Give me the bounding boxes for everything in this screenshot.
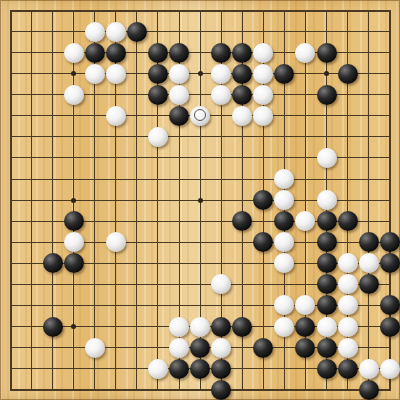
white-stone — [253, 43, 273, 63]
black-stone — [232, 43, 252, 63]
white-stone — [338, 253, 358, 273]
black-stone — [169, 359, 189, 379]
white-stone — [211, 274, 231, 294]
black-stone — [85, 43, 105, 63]
white-stone — [253, 64, 273, 84]
black-stone — [295, 338, 315, 358]
black-stone — [380, 232, 400, 252]
white-stone — [338, 274, 358, 294]
black-stone — [148, 43, 168, 63]
white-stone — [380, 359, 400, 379]
black-stone — [190, 359, 210, 379]
black-stone — [317, 232, 337, 252]
black-stone — [169, 43, 189, 63]
black-stone — [211, 43, 231, 63]
black-stone — [148, 85, 168, 105]
white-stone — [274, 232, 294, 252]
black-stone — [274, 64, 294, 84]
white-stone — [169, 64, 189, 84]
white-stone — [211, 338, 231, 358]
black-stone — [64, 211, 84, 231]
white-stone — [317, 148, 337, 168]
white-stone — [211, 64, 231, 84]
black-stone — [295, 317, 315, 337]
black-stone — [317, 85, 337, 105]
screenshot-stage — [0, 0, 400, 400]
white-stone — [295, 295, 315, 315]
white-stone — [338, 317, 358, 337]
black-stone — [106, 43, 126, 63]
black-stone — [211, 380, 231, 400]
black-stone — [232, 211, 252, 231]
black-stone — [232, 64, 252, 84]
white-stone — [211, 85, 231, 105]
black-stone — [317, 359, 337, 379]
star-point — [198, 198, 203, 203]
black-stone — [148, 64, 168, 84]
white-stone — [64, 232, 84, 252]
white-stone — [190, 317, 210, 337]
black-stone — [359, 232, 379, 252]
star-point — [198, 71, 203, 76]
black-stone — [380, 295, 400, 315]
white-stone — [295, 211, 315, 231]
white-stone — [338, 295, 358, 315]
black-stone — [43, 317, 63, 337]
black-stone — [232, 85, 252, 105]
black-stone — [317, 274, 337, 294]
black-stone — [338, 64, 358, 84]
black-stone — [211, 359, 231, 379]
white-stone — [274, 317, 294, 337]
white-stone — [169, 338, 189, 358]
white-stone — [253, 106, 273, 126]
white-stone — [64, 85, 84, 105]
black-stone — [232, 317, 252, 337]
black-stone — [359, 380, 379, 400]
white-stone — [148, 359, 168, 379]
black-stone — [317, 43, 337, 63]
white-stone — [85, 64, 105, 84]
white-stone — [338, 338, 358, 358]
last-move-marker — [194, 109, 206, 121]
white-stone — [169, 85, 189, 105]
black-stone — [43, 253, 63, 273]
white-stone — [274, 190, 294, 210]
black-stone — [253, 338, 273, 358]
star-point — [71, 71, 76, 76]
star-point — [71, 324, 76, 329]
white-stone — [169, 317, 189, 337]
white-stone — [274, 169, 294, 189]
black-stone — [317, 338, 337, 358]
black-stone — [64, 253, 84, 273]
white-stone — [295, 43, 315, 63]
black-stone — [190, 338, 210, 358]
black-stone — [127, 22, 147, 42]
white-stone — [274, 253, 294, 273]
white-stone — [64, 43, 84, 63]
black-stone — [169, 106, 189, 126]
black-stone — [380, 317, 400, 337]
grid-line-horizontal — [10, 389, 391, 391]
white-stone — [106, 106, 126, 126]
white-stone — [317, 317, 337, 337]
white-stone — [106, 64, 126, 84]
white-stone — [85, 338, 105, 358]
white-stone — [253, 85, 273, 105]
white-stone — [106, 22, 126, 42]
black-stone — [317, 211, 337, 231]
black-stone — [253, 232, 273, 252]
black-stone — [211, 317, 231, 337]
black-stone — [317, 295, 337, 315]
grid-line-vertical — [368, 10, 369, 390]
black-stone — [380, 253, 400, 273]
star-point — [71, 198, 76, 203]
white-stone — [85, 22, 105, 42]
white-stone — [106, 232, 126, 252]
white-stone — [232, 106, 252, 126]
black-stone — [359, 274, 379, 294]
black-stone — [338, 359, 358, 379]
white-stone — [274, 295, 294, 315]
star-point — [324, 71, 329, 76]
black-stone — [274, 211, 294, 231]
white-stone — [148, 127, 168, 147]
white-stone — [359, 253, 379, 273]
black-stone — [253, 190, 273, 210]
black-stone — [338, 211, 358, 231]
black-stone — [317, 253, 337, 273]
white-stone — [317, 190, 337, 210]
go-board[interactable] — [0, 0, 400, 400]
white-stone — [359, 359, 379, 379]
